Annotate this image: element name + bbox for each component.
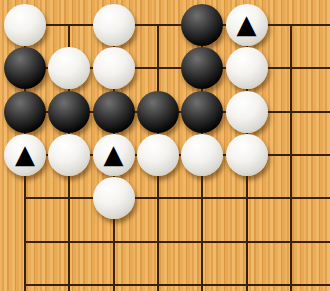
black-stone (4, 47, 46, 89)
intersection-a18[interactable] (3, 47, 47, 90)
intersection-e15[interactable] (180, 177, 224, 220)
intersection-d16[interactable] (136, 133, 180, 176)
white-stone (4, 4, 46, 46)
intersection-f13[interactable] (224, 263, 268, 291)
intersection-c14[interactable] (91, 220, 135, 263)
intersection-b17[interactable] (47, 90, 91, 133)
intersection-a16[interactable]: ▲ (3, 133, 47, 176)
intersection-d18[interactable] (136, 47, 180, 90)
white-stone (226, 47, 268, 89)
intersection-c16[interactable]: ▲ (91, 133, 135, 176)
intersection-d19[interactable] (136, 3, 180, 46)
intersection-c18[interactable] (91, 47, 135, 90)
intersection-g13[interactable] (269, 263, 313, 291)
intersection-e17[interactable] (180, 90, 224, 133)
intersection-a15[interactable] (3, 177, 47, 220)
intersection-g16[interactable] (269, 133, 313, 176)
white-stone (137, 134, 179, 176)
intersection-e18[interactable] (180, 47, 224, 90)
triangle-mark-icon: ▲ (104, 141, 124, 167)
board-grid: ▲▲▲ (3, 3, 313, 291)
black-stone (181, 91, 223, 133)
intersection-f15[interactable] (224, 177, 268, 220)
intersection-b13[interactable] (47, 263, 91, 291)
white-stone (93, 177, 135, 219)
intersection-f14[interactable] (224, 220, 268, 263)
intersection-f16[interactable] (224, 133, 268, 176)
intersection-b14[interactable] (47, 220, 91, 263)
intersection-c13[interactable] (91, 263, 135, 291)
white-stone (48, 134, 90, 176)
white-stone (181, 134, 223, 176)
white-stone (93, 47, 135, 89)
white-stone (93, 4, 135, 46)
white-stone: ▲ (226, 4, 268, 46)
intersection-f19[interactable]: ▲ (224, 3, 268, 46)
white-stone (226, 91, 268, 133)
intersection-g17[interactable] (269, 90, 313, 133)
intersection-g18[interactable] (269, 47, 313, 90)
black-stone (48, 91, 90, 133)
white-stone (226, 134, 268, 176)
intersection-a13[interactable] (3, 263, 47, 291)
intersection-b19[interactable] (47, 3, 91, 46)
intersection-c17[interactable] (91, 90, 135, 133)
intersection-d15[interactable] (136, 177, 180, 220)
intersection-d17[interactable] (136, 90, 180, 133)
white-stone: ▲ (93, 134, 135, 176)
intersection-c15[interactable] (91, 177, 135, 220)
intersection-a14[interactable] (3, 220, 47, 263)
go-board: ▲▲▲ (0, 0, 330, 291)
black-stone (181, 4, 223, 46)
black-stone (4, 91, 46, 133)
white-stone: ▲ (4, 134, 46, 176)
intersection-g19[interactable] (269, 3, 313, 46)
intersection-b15[interactable] (47, 177, 91, 220)
intersection-b18[interactable] (47, 47, 91, 90)
intersection-g15[interactable] (269, 177, 313, 220)
black-stone (137, 91, 179, 133)
intersection-e13[interactable] (180, 263, 224, 291)
intersection-g14[interactable] (269, 220, 313, 263)
triangle-mark-icon: ▲ (237, 11, 257, 37)
intersection-f17[interactable] (224, 90, 268, 133)
intersection-a19[interactable] (3, 3, 47, 46)
black-stone (181, 47, 223, 89)
intersection-b16[interactable] (47, 133, 91, 176)
triangle-mark-icon: ▲ (15, 141, 35, 167)
go-board-screenshot: ▲▲▲ (0, 0, 330, 291)
intersection-d14[interactable] (136, 220, 180, 263)
black-stone (93, 91, 135, 133)
white-stone (48, 47, 90, 89)
intersection-a17[interactable] (3, 90, 47, 133)
intersection-e16[interactable] (180, 133, 224, 176)
intersection-c19[interactable] (91, 3, 135, 46)
intersection-f18[interactable] (224, 47, 268, 90)
intersection-e14[interactable] (180, 220, 224, 263)
intersection-d13[interactable] (136, 263, 180, 291)
intersection-e19[interactable] (180, 3, 224, 46)
